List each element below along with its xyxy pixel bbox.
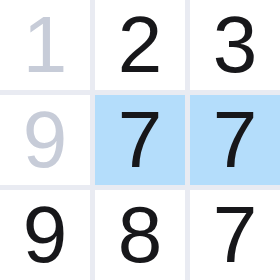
cell-r3c2[interactable]: 8 [95, 190, 185, 280]
digit: 3 [213, 5, 258, 85]
digit: 9 [23, 195, 68, 275]
digit: 7 [213, 100, 258, 180]
digit: 2 [118, 5, 163, 85]
cell-r3c1[interactable]: 9 [0, 190, 90, 280]
cell-r1c1[interactable]: 1 [0, 0, 90, 90]
number-grid: 123977987 [0, 0, 280, 280]
cell-r2c1[interactable]: 9 [0, 95, 90, 185]
digit: 9 [23, 100, 68, 180]
digit: 7 [118, 100, 163, 180]
cell-r1c3[interactable]: 3 [190, 0, 280, 90]
cell-r3c3[interactable]: 7 [190, 190, 280, 280]
cell-r2c3[interactable]: 7 [190, 95, 280, 185]
digit: 1 [23, 5, 68, 85]
digit: 8 [118, 195, 163, 275]
cell-r1c2[interactable]: 2 [95, 0, 185, 90]
cell-r2c2[interactable]: 7 [95, 95, 185, 185]
digit: 7 [213, 195, 258, 275]
